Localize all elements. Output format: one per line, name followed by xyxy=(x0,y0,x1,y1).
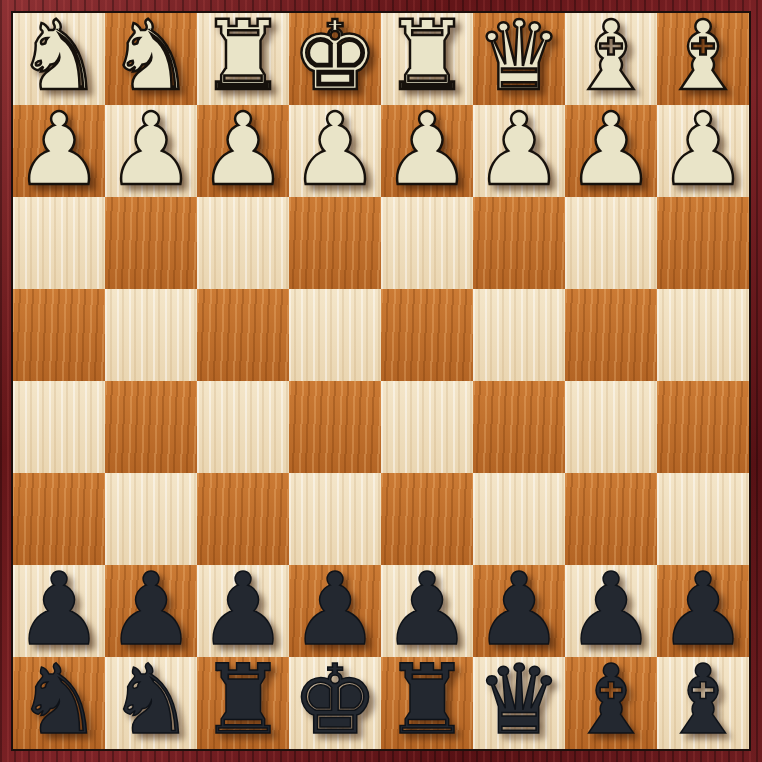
square-r7-c2[interactable]: ♜ xyxy=(197,657,289,749)
square-r1-c2[interactable]: ♟ xyxy=(197,105,289,197)
square-r3-c6[interactable] xyxy=(565,289,657,381)
square-r2-c7[interactable] xyxy=(657,197,749,289)
piece-white-pawn[interactable]: ♟ xyxy=(106,100,196,200)
piece-white-knight[interactable]: ♞ xyxy=(16,8,102,104)
square-r3-c7[interactable] xyxy=(657,289,749,381)
square-r1-c1[interactable]: ♟ xyxy=(105,105,197,197)
piece-black-queen[interactable]: ♛ xyxy=(476,652,562,748)
piece-white-pawn[interactable]: ♟ xyxy=(566,100,656,200)
square-r2-c5[interactable] xyxy=(473,197,565,289)
piece-white-pawn[interactable]: ♟ xyxy=(658,100,748,200)
piece-black-knight[interactable]: ♞ xyxy=(108,652,194,748)
piece-white-bishop[interactable]: ♝ xyxy=(660,8,746,104)
piece-white-rook[interactable]: ♜ xyxy=(384,8,470,104)
square-r4-c0[interactable] xyxy=(13,381,105,473)
square-r2-c6[interactable] xyxy=(565,197,657,289)
square-r3-c4[interactable] xyxy=(381,289,473,381)
square-r4-c3[interactable] xyxy=(289,381,381,473)
square-r1-c6[interactable]: ♟ xyxy=(565,105,657,197)
piece-black-rook[interactable]: ♜ xyxy=(384,652,470,748)
square-r1-c3[interactable]: ♟ xyxy=(289,105,381,197)
piece-white-king[interactable]: ♚ xyxy=(292,8,378,104)
square-r7-c3[interactable]: ♚ xyxy=(289,657,381,749)
square-r1-c4[interactable]: ♟ xyxy=(381,105,473,197)
piece-white-bishop[interactable]: ♝ xyxy=(568,8,654,104)
square-r4-c1[interactable] xyxy=(105,381,197,473)
board-frame: ♞♞♜♚♜♛♝♝♟♟♟♟♟♟♟♟♟♟♟♟♟♟♟♟♞♞♜♚♜♛♝♝ xyxy=(0,0,762,762)
square-r4-c6[interactable] xyxy=(565,381,657,473)
square-r2-c1[interactable] xyxy=(105,197,197,289)
piece-white-pawn[interactable]: ♟ xyxy=(474,100,564,200)
square-r2-c4[interactable] xyxy=(381,197,473,289)
square-r1-c5[interactable]: ♟ xyxy=(473,105,565,197)
piece-black-knight[interactable]: ♞ xyxy=(16,652,102,748)
piece-white-pawn[interactable]: ♟ xyxy=(14,100,104,200)
square-r2-c2[interactable] xyxy=(197,197,289,289)
square-r7-c1[interactable]: ♞ xyxy=(105,657,197,749)
piece-black-king[interactable]: ♚ xyxy=(292,652,378,748)
square-r7-c6[interactable]: ♝ xyxy=(565,657,657,749)
square-r1-c7[interactable]: ♟ xyxy=(657,105,749,197)
piece-black-bishop[interactable]: ♝ xyxy=(568,652,654,748)
piece-white-pawn[interactable]: ♟ xyxy=(382,100,472,200)
square-r4-c7[interactable] xyxy=(657,381,749,473)
piece-white-rook[interactable]: ♜ xyxy=(200,8,286,104)
square-r7-c7[interactable]: ♝ xyxy=(657,657,749,749)
square-r2-c0[interactable] xyxy=(13,197,105,289)
square-r3-c5[interactable] xyxy=(473,289,565,381)
square-r3-c3[interactable] xyxy=(289,289,381,381)
square-r4-c2[interactable] xyxy=(197,381,289,473)
square-r3-c0[interactable] xyxy=(13,289,105,381)
square-r3-c1[interactable] xyxy=(105,289,197,381)
square-r4-c5[interactable] xyxy=(473,381,565,473)
piece-white-knight[interactable]: ♞ xyxy=(108,8,194,104)
square-r7-c4[interactable]: ♜ xyxy=(381,657,473,749)
square-r3-c2[interactable] xyxy=(197,289,289,381)
square-r7-c5[interactable]: ♛ xyxy=(473,657,565,749)
piece-black-rook[interactable]: ♜ xyxy=(200,652,286,748)
square-r4-c4[interactable] xyxy=(381,381,473,473)
piece-white-pawn[interactable]: ♟ xyxy=(198,100,288,200)
piece-white-queen[interactable]: ♛ xyxy=(476,8,562,104)
square-r1-c0[interactable]: ♟ xyxy=(13,105,105,197)
square-r7-c0[interactable]: ♞ xyxy=(13,657,105,749)
piece-black-bishop[interactable]: ♝ xyxy=(660,652,746,748)
chess-board: ♞♞♜♚♜♛♝♝♟♟♟♟♟♟♟♟♟♟♟♟♟♟♟♟♞♞♜♚♜♛♝♝ xyxy=(11,11,751,751)
piece-white-pawn[interactable]: ♟ xyxy=(290,100,380,200)
square-r2-c3[interactable] xyxy=(289,197,381,289)
